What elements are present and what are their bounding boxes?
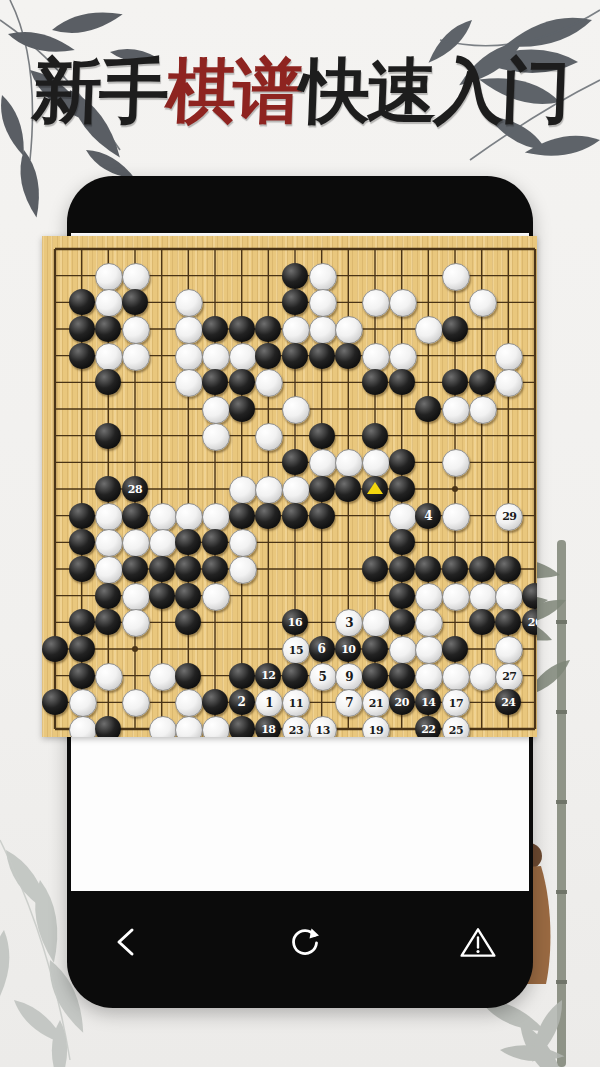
black-stone-r12c2[interactable] xyxy=(69,529,95,555)
black-stone-r13c16[interactable] xyxy=(442,556,468,582)
black-stone-r11c15[interactable]: 4 xyxy=(415,503,441,529)
move-number: 4 xyxy=(424,510,432,522)
white-stone-r4c11[interactable] xyxy=(309,316,337,344)
white-stone-r19c11[interactable]: 13 xyxy=(309,716,337,737)
move-number: 2 xyxy=(237,696,245,708)
black-stone-r14c3[interactable] xyxy=(95,583,121,609)
black-stone-r5c12[interactable] xyxy=(335,343,361,369)
black-stone-r4c7[interactable] xyxy=(202,316,228,342)
back-icon[interactable] xyxy=(108,922,148,962)
black-stone-r13c17[interactable] xyxy=(469,556,495,582)
move-number: 10 xyxy=(341,644,355,655)
move-number: 6 xyxy=(317,643,325,655)
white-stone-r12c5[interactable] xyxy=(149,529,177,557)
move-number: 21 xyxy=(369,698,383,709)
black-stone-r8c3[interactable] xyxy=(95,423,121,449)
move-number: 28 xyxy=(128,484,142,495)
white-stone-r3c11[interactable] xyxy=(309,289,337,317)
black-stone-r19c3[interactable] xyxy=(95,716,121,737)
move-number: 16 xyxy=(288,617,302,628)
white-stone-r3c17[interactable] xyxy=(469,289,497,317)
black-stone-r12c14[interactable] xyxy=(389,529,415,555)
white-stone-r7c10[interactable] xyxy=(282,396,310,424)
move-number: 24 xyxy=(501,697,515,708)
white-stone-r5c6[interactable] xyxy=(175,343,203,371)
move-number: 27 xyxy=(502,671,516,682)
black-stone-r4c2[interactable] xyxy=(69,316,95,342)
black-stone-r10c13[interactable] xyxy=(362,476,388,502)
white-stone-r4c4[interactable] xyxy=(122,316,150,344)
white-stone-r17c15[interactable] xyxy=(415,663,443,691)
black-stone-r16c2[interactable] xyxy=(69,636,95,662)
reload-icon[interactable] xyxy=(285,922,325,962)
white-stone-r14c18[interactable] xyxy=(495,583,523,611)
white-stone-r8c7[interactable] xyxy=(202,423,230,451)
white-stone-r17c11[interactable]: 5 xyxy=(309,663,337,691)
white-stone-r10c10[interactable] xyxy=(282,476,310,504)
white-stone-r17c3[interactable] xyxy=(95,663,123,691)
title-part-3: 快速入门 xyxy=(299,49,570,132)
move-number: 26 xyxy=(528,617,537,628)
white-stone-r16c14[interactable] xyxy=(389,636,417,664)
white-stone-r11c14[interactable] xyxy=(389,503,417,531)
black-stone-r11c11[interactable] xyxy=(309,503,335,529)
white-stone-r11c18[interactable]: 29 xyxy=(495,503,523,531)
move-number: 22 xyxy=(421,724,435,735)
black-stone-r5c9[interactable] xyxy=(255,343,281,369)
white-stone-r14c16[interactable] xyxy=(442,583,470,611)
white-stone-r5c18[interactable] xyxy=(495,343,523,371)
white-stone-r17c5[interactable] xyxy=(149,663,177,691)
black-stone-r5c11[interactable] xyxy=(309,343,335,369)
star-point xyxy=(132,646,138,652)
white-stone-r17c18[interactable]: 27 xyxy=(495,663,523,691)
white-stone-r2c4[interactable] xyxy=(122,263,150,291)
black-stone-r13c13[interactable] xyxy=(362,556,388,582)
black-stone-r11c2[interactable] xyxy=(69,503,95,529)
white-stone-r14c7[interactable] xyxy=(202,583,230,611)
black-stone-r17c13[interactable] xyxy=(362,663,388,689)
move-number: 11 xyxy=(289,698,303,709)
black-stone-r15c14[interactable] xyxy=(389,609,415,635)
black-stone-r6c14[interactable] xyxy=(389,369,415,395)
black-stone-r16c1[interactable] xyxy=(42,636,68,662)
black-stone-r6c17[interactable] xyxy=(469,369,495,395)
black-stone-r16c16[interactable] xyxy=(442,636,468,662)
black-stone-r11c10[interactable] xyxy=(282,503,308,529)
black-stone-r17c10[interactable] xyxy=(282,663,308,689)
black-stone-r17c8[interactable] xyxy=(229,663,255,689)
warning-icon[interactable] xyxy=(458,922,498,962)
black-stone-r13c7[interactable] xyxy=(202,556,228,582)
black-stone-r11c9[interactable] xyxy=(255,503,281,529)
black-stone-r4c16[interactable] xyxy=(442,316,468,342)
black-stone-r8c11[interactable] xyxy=(309,423,335,449)
move-number: 15 xyxy=(289,645,303,656)
white-stone-r19c2[interactable] xyxy=(69,716,97,737)
black-stone-r18c14[interactable]: 20 xyxy=(389,689,415,715)
white-stone-r17c12[interactable]: 9 xyxy=(335,663,363,691)
black-stone-r5c10[interactable] xyxy=(282,343,308,369)
white-stone-r10c8[interactable] xyxy=(229,476,257,504)
white-stone-r4c10[interactable] xyxy=(282,316,310,344)
bamboo-stalk-right xyxy=(556,540,567,1067)
black-stone-r5c2[interactable] xyxy=(69,343,95,369)
white-stone-r19c16[interactable]: 25 xyxy=(442,716,470,737)
white-stone-r2c16[interactable] xyxy=(442,263,470,291)
white-stone-r16c10[interactable]: 15 xyxy=(282,636,310,664)
move-number: 9 xyxy=(345,671,353,683)
black-stone-r17c6[interactable] xyxy=(175,663,201,689)
black-stone-r13c14[interactable] xyxy=(389,556,415,582)
move-number: 1 xyxy=(265,697,273,709)
move-number: 19 xyxy=(369,725,383,736)
move-number: 20 xyxy=(395,697,409,708)
white-stone-r11c3[interactable] xyxy=(95,503,123,531)
white-stone-r7c7[interactable] xyxy=(202,396,230,424)
white-stone-r3c14[interactable] xyxy=(389,289,417,317)
black-stone-r7c8[interactable] xyxy=(229,396,255,422)
white-stone-r5c4[interactable] xyxy=(122,343,150,371)
white-stone-r5c7[interactable] xyxy=(202,343,230,371)
title-part-2: 棋谱 xyxy=(165,49,302,132)
go-board[interactable]: 2842916326156101259272111721201417241823… xyxy=(42,236,537,737)
black-stone-r10c4[interactable]: 28 xyxy=(122,476,148,502)
white-stone-r11c16[interactable] xyxy=(442,503,470,531)
white-stone-r17c17[interactable] xyxy=(469,663,497,691)
page-title: 新手棋谱快速入门 xyxy=(0,52,600,129)
white-stone-r5c13[interactable] xyxy=(362,343,390,371)
black-stone-r17c2[interactable] xyxy=(69,663,95,689)
move-number: 13 xyxy=(316,725,330,736)
white-stone-r5c8[interactable] xyxy=(229,343,257,371)
black-stone-r15c17[interactable] xyxy=(469,609,495,635)
black-stone-r18c8[interactable]: 2 xyxy=(229,689,255,715)
black-stone-r17c14[interactable] xyxy=(389,663,415,689)
black-stone-r14c5[interactable] xyxy=(149,583,175,609)
move-number: 12 xyxy=(261,670,275,681)
white-stone-r8c9[interactable] xyxy=(255,423,283,451)
white-stone-r13c8[interactable] xyxy=(229,556,257,584)
move-number: 23 xyxy=(289,725,303,736)
move-number: 5 xyxy=(318,671,326,683)
move-number: 25 xyxy=(449,725,463,736)
white-stone-r19c13[interactable]: 19 xyxy=(362,716,390,737)
black-stone-r2c10[interactable] xyxy=(282,263,308,289)
black-stone-r11c4[interactable] xyxy=(122,503,148,529)
black-stone-r4c8[interactable] xyxy=(229,316,255,342)
white-stone-r11c5[interactable] xyxy=(149,503,177,531)
black-stone-r16c13[interactable] xyxy=(362,636,388,662)
white-stone-r2c11[interactable] xyxy=(309,263,337,291)
white-stone-r9c11[interactable] xyxy=(309,449,337,477)
white-stone-r7c16[interactable] xyxy=(442,396,470,424)
black-stone-r17c9[interactable]: 12 xyxy=(255,663,281,689)
move-number: 18 xyxy=(261,724,275,735)
black-stone-r15c2[interactable] xyxy=(69,609,95,635)
black-stone-r14c14[interactable] xyxy=(389,583,415,609)
star-point xyxy=(452,486,458,492)
move-number: 3 xyxy=(345,617,353,629)
white-stone-r11c7[interactable] xyxy=(202,503,230,531)
black-stone-r11c8[interactable] xyxy=(229,503,255,529)
black-stone-r13c2[interactable] xyxy=(69,556,95,582)
white-stone-r5c3[interactable] xyxy=(95,343,123,371)
white-stone-r14c15[interactable] xyxy=(415,583,443,611)
white-stone-r19c7[interactable] xyxy=(202,716,230,737)
black-stone-r13c5[interactable] xyxy=(149,556,175,582)
black-stone-r14c6[interactable] xyxy=(175,583,201,609)
white-stone-r14c17[interactable] xyxy=(469,583,497,611)
white-stone-r19c10[interactable]: 23 xyxy=(282,716,310,737)
white-stone-r17c16[interactable] xyxy=(442,663,470,691)
black-stone-r19c8[interactable] xyxy=(229,716,255,737)
white-stone-r18c2[interactable] xyxy=(69,689,97,717)
black-stone-r3c2[interactable] xyxy=(69,289,95,315)
black-stone-r13c4[interactable] xyxy=(122,556,148,582)
white-stone-r5c14[interactable] xyxy=(389,343,417,371)
black-stone-r9c14[interactable] xyxy=(389,449,415,475)
white-stone-r2c3[interactable] xyxy=(95,263,123,291)
white-stone-r7c17[interactable] xyxy=(469,396,497,424)
black-stone-r8c13[interactable] xyxy=(362,423,388,449)
last-move-triangle-marker xyxy=(367,482,383,494)
move-number: 7 xyxy=(345,697,353,709)
white-stone-r11c6[interactable] xyxy=(175,503,203,531)
white-stone-r14c4[interactable] xyxy=(122,583,150,611)
black-stone-r19c9[interactable]: 18 xyxy=(255,716,281,737)
move-number: 17 xyxy=(449,698,463,709)
title-part-1: 新手 xyxy=(31,49,168,132)
black-stone-r6c8[interactable] xyxy=(229,369,255,395)
white-stone-r12c8[interactable] xyxy=(229,529,257,557)
black-stone-r10c14[interactable] xyxy=(389,476,415,502)
move-number: 14 xyxy=(421,697,435,708)
black-stone-r10c11[interactable] xyxy=(309,476,335,502)
white-stone-r19c5[interactable] xyxy=(149,716,177,737)
move-number: 29 xyxy=(502,511,516,522)
black-stone-r19c15[interactable]: 22 xyxy=(415,716,441,737)
black-stone-r16c11[interactable]: 6 xyxy=(309,636,335,662)
